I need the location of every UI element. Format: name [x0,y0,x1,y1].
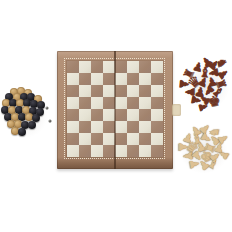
board-square [67,73,79,85]
board-square [115,109,127,121]
board-square [115,85,127,97]
board-square [67,121,79,133]
board-square [67,85,79,97]
board-square [139,109,151,121]
board-square [67,133,79,145]
board-square [79,109,91,121]
board-square [91,73,103,85]
chessboard [57,51,173,169]
board-square [151,133,163,145]
board-square [139,133,151,145]
board-clasp [172,104,181,116]
board-square [127,85,139,97]
board-square [91,97,103,109]
board-square [151,121,163,133]
board-square [139,61,151,73]
board-square [91,61,103,73]
board-square [91,85,103,97]
board-square [139,97,151,109]
board-square [115,73,127,85]
board-square [91,133,103,145]
board-square [127,73,139,85]
board-square [115,133,127,145]
board-square [79,133,91,145]
board-square [127,133,139,145]
board-square [79,73,91,85]
board-square [127,97,139,109]
dark-chess-piece-p: ♟ [196,101,209,113]
checkers-disc-dark [28,121,36,129]
board-square [115,97,127,109]
board-square [139,145,151,157]
board-square [67,145,79,157]
board-square [79,121,91,133]
board-square [139,73,151,85]
board-square [127,61,139,73]
board-square [67,61,79,73]
board-square [79,61,91,73]
board-square [151,85,163,97]
board-square [151,97,163,109]
small-speck [49,120,52,123]
small-speck [46,107,49,110]
board-square [139,121,151,133]
board-square [151,61,163,73]
board-square [91,109,103,121]
board-square [115,145,127,157]
product-photo-stage: ♟♟♞♟♜♝♟♟♟♛♟♟♜♟♟♟♝♟♟♚♟ ♟♟♞♟♝♟♟♟♟♛♟♜♟♟♟♚♟♟… [0,0,232,232]
board-square [151,109,163,121]
board-square [115,61,127,73]
board-square [67,109,79,121]
board-square [91,145,103,157]
board-fold-seam [114,51,116,169]
board-square [79,145,91,157]
board-square [127,145,139,157]
board-square [139,85,151,97]
checkers-disc-dark [18,128,26,136]
board-square [79,85,91,97]
board-square [79,97,91,109]
board-square [67,97,79,109]
board-square [115,121,127,133]
board-square [151,73,163,85]
board-square [91,121,103,133]
board-square [127,121,139,133]
board-square [127,109,139,121]
board-square [151,145,163,157]
